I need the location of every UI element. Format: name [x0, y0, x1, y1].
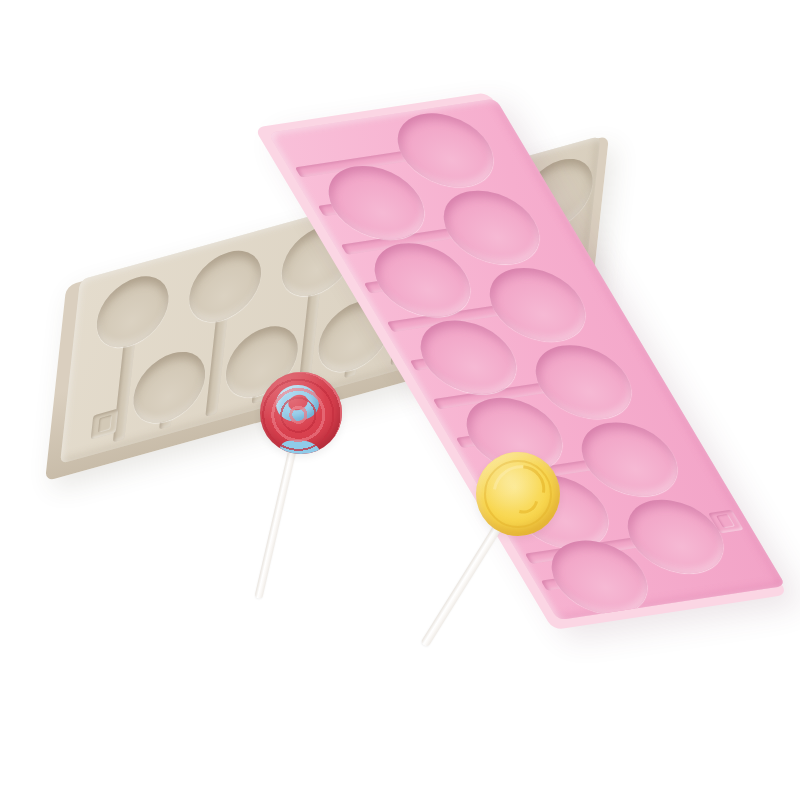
yellow-swirl-lollipop	[476, 452, 560, 536]
yellow-candy-disc	[476, 452, 560, 536]
lollipop-cavity	[93, 268, 172, 356]
lollipop-cavity	[186, 242, 265, 330]
product-photo-stage	[0, 0, 800, 800]
red-swirl-lollipop	[260, 372, 342, 454]
lollipop-cavity	[130, 343, 209, 431]
candy-sheen	[476, 452, 560, 536]
candy-sheen	[260, 372, 342, 454]
red-candy-disc	[260, 372, 342, 454]
